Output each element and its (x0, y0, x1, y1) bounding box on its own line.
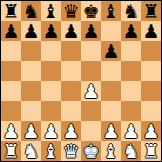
square-f2[interactable]: ♟ (101, 121, 121, 141)
square-c2[interactable]: ♟ (41, 121, 61, 141)
square-d5[interactable] (61, 61, 81, 81)
piece-white-pawn[interactable]: ♟ (42, 121, 59, 141)
square-g1[interactable]: ♞ (121, 141, 141, 161)
piece-white-rook[interactable]: ♜ (2, 141, 19, 161)
piece-black-rook[interactable]: ♜ (2, 1, 19, 21)
square-b5[interactable] (21, 61, 41, 81)
square-d6[interactable] (61, 41, 81, 61)
square-a6[interactable] (1, 41, 21, 61)
piece-white-pawn[interactable]: ♟ (22, 121, 39, 141)
square-e3[interactable] (81, 101, 101, 121)
square-b4[interactable] (21, 81, 41, 101)
piece-white-bishop[interactable]: ♝ (42, 141, 59, 161)
square-c8[interactable]: ♝ (41, 1, 61, 21)
piece-white-pawn[interactable]: ♟ (122, 121, 139, 141)
chess-board: ♜♞♝♛♚♝♞♜♟♟♟♟♟♟♟♟♟♟♟♟♟♟♟♟♜♞♝♛♚♝♞♜ (1, 1, 161, 161)
square-g2[interactable]: ♟ (121, 121, 141, 141)
square-h4[interactable] (141, 81, 161, 101)
square-b2[interactable]: ♟ (21, 121, 41, 141)
piece-black-pawn[interactable]: ♟ (22, 21, 39, 41)
square-c1[interactable]: ♝ (41, 141, 61, 161)
piece-white-pawn[interactable]: ♟ (82, 81, 99, 101)
chess-board-frame: ♜♞♝♛♚♝♞♜♟♟♟♟♟♟♟♟♟♟♟♟♟♟♟♟♜♞♝♛♚♝♞♜ (0, 0, 162, 162)
piece-white-knight[interactable]: ♞ (22, 141, 39, 161)
piece-white-pawn[interactable]: ♟ (102, 121, 119, 141)
square-b8[interactable]: ♞ (21, 1, 41, 21)
piece-black-king[interactable]: ♚ (82, 1, 99, 21)
piece-black-pawn[interactable]: ♟ (102, 41, 119, 61)
piece-white-bishop[interactable]: ♝ (102, 141, 119, 161)
square-d7[interactable]: ♟ (61, 21, 81, 41)
square-d2[interactable]: ♟ (61, 121, 81, 141)
square-e4[interactable]: ♟ (81, 81, 101, 101)
square-a1[interactable]: ♜ (1, 141, 21, 161)
square-e6[interactable] (81, 41, 101, 61)
square-d4[interactable] (61, 81, 81, 101)
square-g3[interactable] (121, 101, 141, 121)
square-g7[interactable]: ♟ (121, 21, 141, 41)
piece-black-pawn[interactable]: ♟ (42, 21, 59, 41)
square-f5[interactable] (101, 61, 121, 81)
square-h7[interactable]: ♟ (141, 21, 161, 41)
piece-white-rook[interactable]: ♜ (142, 141, 159, 161)
square-c3[interactable] (41, 101, 61, 121)
square-h3[interactable] (141, 101, 161, 121)
square-a5[interactable] (1, 61, 21, 81)
piece-black-pawn[interactable]: ♟ (2, 21, 19, 41)
piece-white-knight[interactable]: ♞ (122, 141, 139, 161)
piece-black-pawn[interactable]: ♟ (82, 21, 99, 41)
piece-white-queen[interactable]: ♛ (62, 141, 79, 161)
square-c4[interactable] (41, 81, 61, 101)
square-d8[interactable]: ♛ (61, 1, 81, 21)
square-c5[interactable] (41, 61, 61, 81)
square-g8[interactable]: ♞ (121, 1, 141, 21)
square-g4[interactable] (121, 81, 141, 101)
piece-black-bishop[interactable]: ♝ (102, 1, 119, 21)
square-f3[interactable] (101, 101, 121, 121)
piece-white-pawn[interactable]: ♟ (2, 121, 19, 141)
square-b3[interactable] (21, 101, 41, 121)
piece-black-pawn[interactable]: ♟ (62, 21, 79, 41)
piece-black-knight[interactable]: ♞ (22, 1, 39, 21)
piece-black-knight[interactable]: ♞ (122, 1, 139, 21)
square-e7[interactable]: ♟ (81, 21, 101, 41)
square-e2[interactable] (81, 121, 101, 141)
square-e8[interactable]: ♚ (81, 1, 101, 21)
square-d1[interactable]: ♛ (61, 141, 81, 161)
square-f6[interactable]: ♟ (101, 41, 121, 61)
piece-black-pawn[interactable]: ♟ (142, 21, 159, 41)
square-b6[interactable] (21, 41, 41, 61)
square-h8[interactable]: ♜ (141, 1, 161, 21)
square-h6[interactable] (141, 41, 161, 61)
square-a2[interactable]: ♟ (1, 121, 21, 141)
square-c7[interactable]: ♟ (41, 21, 61, 41)
square-c6[interactable] (41, 41, 61, 61)
piece-white-pawn[interactable]: ♟ (62, 121, 79, 141)
square-h2[interactable]: ♟ (141, 121, 161, 141)
square-h1[interactable]: ♜ (141, 141, 161, 161)
square-f4[interactable] (101, 81, 121, 101)
square-e5[interactable] (81, 61, 101, 81)
piece-white-king[interactable]: ♚ (82, 141, 99, 161)
square-f8[interactable]: ♝ (101, 1, 121, 21)
square-f7[interactable] (101, 21, 121, 41)
square-f1[interactable]: ♝ (101, 141, 121, 161)
piece-black-pawn[interactable]: ♟ (122, 21, 139, 41)
square-a7[interactable]: ♟ (1, 21, 21, 41)
square-a4[interactable] (1, 81, 21, 101)
piece-black-queen[interactable]: ♛ (62, 1, 79, 21)
piece-black-bishop[interactable]: ♝ (42, 1, 59, 21)
square-a8[interactable]: ♜ (1, 1, 21, 21)
square-d3[interactable] (61, 101, 81, 121)
square-e1[interactable]: ♚ (81, 141, 101, 161)
square-b1[interactable]: ♞ (21, 141, 41, 161)
square-a3[interactable] (1, 101, 21, 121)
square-b7[interactable]: ♟ (21, 21, 41, 41)
piece-black-rook[interactable]: ♜ (142, 1, 159, 21)
square-g6[interactable] (121, 41, 141, 61)
piece-white-pawn[interactable]: ♟ (142, 121, 159, 141)
square-g5[interactable] (121, 61, 141, 81)
square-h5[interactable] (141, 61, 161, 81)
